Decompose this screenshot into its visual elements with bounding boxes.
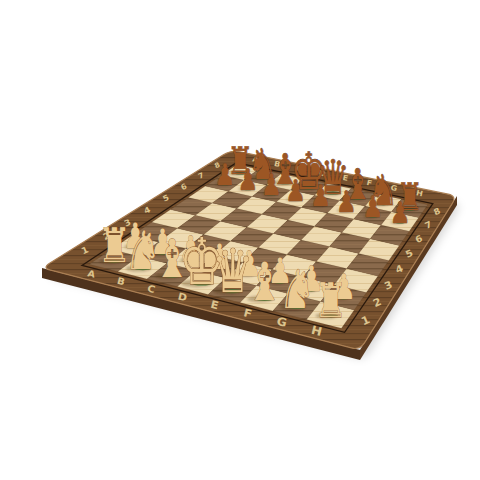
piece-glyph: ♞ [279, 259, 316, 320]
piece-white-rook-h1[interactable]: ♜ [314, 272, 347, 328]
piece-black-pawn-d7[interactable]: ♟ [285, 173, 306, 208]
piece-glyph: ♟ [214, 157, 235, 192]
piece-glyph: ♝ [246, 251, 283, 312]
chess-board: AABBCCDDEEFFGGHH1122334455667788♜♞♝♟♚♟♛♟… [0, 0, 480, 480]
piece-black-pawn-b7[interactable]: ♟ [237, 162, 258, 197]
piece-glyph: ♟ [261, 167, 282, 202]
piece-white-bishop-f1[interactable]: ♝ [246, 251, 283, 312]
piece-black-pawn-a7[interactable]: ♟ [214, 157, 235, 192]
piece-glyph: ♜ [314, 272, 347, 328]
product-photo-stage: AABBCCDDEEFFGGHH1122334455667788♜♞♝♟♚♟♛♟… [0, 0, 480, 480]
piece-white-knight-g1[interactable]: ♞ [279, 259, 316, 320]
piece-black-pawn-h7[interactable]: ♟ [390, 195, 411, 230]
piece-glyph: ♟ [362, 189, 383, 224]
piece-glyph: ♟ [285, 173, 306, 208]
piece-glyph: ♟ [336, 184, 357, 219]
piece-black-pawn-e7[interactable]: ♟ [310, 178, 331, 213]
piece-black-pawn-g7[interactable]: ♟ [362, 189, 383, 224]
piece-black-pawn-f7[interactable]: ♟ [336, 184, 357, 219]
piece-black-pawn-c7[interactable]: ♟ [261, 167, 282, 202]
piece-glyph: ♟ [390, 195, 411, 230]
piece-glyph: ♟ [237, 162, 258, 197]
piece-glyph: ♟ [310, 178, 331, 213]
